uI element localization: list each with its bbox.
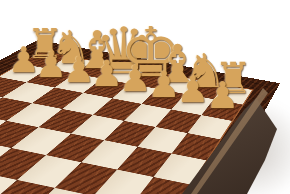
white-pawn-f2: ♟ <box>148 67 181 103</box>
white-pawn-h2: ♟ <box>206 77 239 114</box>
chess-set-photo: ♜♞♝♛♚♝♞♜♟♟♟♟♟♟♟♟♟♟♟♟ <box>0 0 290 194</box>
white-pawn-e2: ♟ <box>119 62 151 98</box>
white-pawn-g2: ♟ <box>177 72 210 109</box>
black-pawn-d7: ♟ <box>0 145 4 194</box>
pieces-layer: ♜♞♝♛♚♝♞♜♟♟♟♟♟♟♟♟♟♟♟♟ <box>0 0 290 194</box>
